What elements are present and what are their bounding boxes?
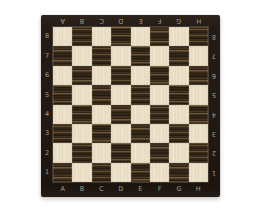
file-bottom-label-h: H — [189, 182, 208, 197]
square-g7[interactable] — [169, 46, 188, 65]
file-top-label-e: E — [131, 15, 150, 27]
square-d2[interactable] — [111, 143, 130, 162]
file-top-label-c: C — [92, 15, 111, 27]
square-c8[interactable] — [92, 27, 111, 46]
square-g8[interactable] — [169, 27, 188, 46]
square-a4[interactable] — [53, 105, 72, 124]
square-b8[interactable] — [72, 27, 91, 46]
square-g2[interactable] — [169, 143, 188, 162]
rank-left-label-5: 5 — [41, 85, 53, 104]
square-b3[interactable] — [72, 124, 91, 143]
square-h2[interactable] — [189, 143, 208, 162]
file-bottom-label-c: C — [92, 182, 111, 197]
rank-right-label-4: 4 — [208, 105, 220, 124]
square-a7[interactable] — [53, 46, 72, 65]
square-f8[interactable] — [150, 27, 169, 46]
square-d4[interactable] — [111, 105, 130, 124]
file-top-label-g: G — [169, 15, 188, 27]
square-a6[interactable] — [53, 66, 72, 85]
square-c4[interactable] — [92, 105, 111, 124]
square-d3[interactable] — [111, 124, 130, 143]
file-top-label-h: H — [189, 15, 208, 27]
square-h6[interactable] — [189, 66, 208, 85]
square-e5[interactable] — [131, 85, 150, 104]
file-bottom-label-a: A — [53, 182, 72, 197]
rank-right-label-2: 2 — [208, 143, 220, 162]
square-c1[interactable] — [92, 163, 111, 182]
square-g5[interactable] — [169, 85, 188, 104]
square-c5[interactable] — [92, 85, 111, 104]
square-c6[interactable] — [92, 66, 111, 85]
rank-right-label-7: 7 — [208, 46, 220, 65]
rank-left-label-7: 7 — [41, 46, 53, 65]
square-c7[interactable] — [92, 46, 111, 65]
square-e7[interactable] — [131, 46, 150, 65]
square-f4[interactable] — [150, 105, 169, 124]
square-c3[interactable] — [92, 124, 111, 143]
square-d6[interactable] — [111, 66, 130, 85]
rank-labels-left: 87654321 — [41, 27, 53, 182]
file-top-label-f: F — [150, 15, 169, 27]
rank-left-label-1: 1 — [41, 163, 53, 182]
square-h7[interactable] — [189, 46, 208, 65]
square-h1[interactable] — [189, 163, 208, 182]
square-d5[interactable] — [111, 85, 130, 104]
square-f3[interactable] — [150, 124, 169, 143]
rank-left-label-4: 4 — [41, 105, 53, 124]
board-photo-scene: ABCDEFGH ABCDEFGH 87654321 87654321 — [0, 0, 256, 217]
square-e6[interactable] — [131, 66, 150, 85]
square-g6[interactable] — [169, 66, 188, 85]
file-bottom-label-b: B — [72, 182, 91, 197]
square-g3[interactable] — [169, 124, 188, 143]
file-bottom-label-d: D — [111, 182, 130, 197]
rank-right-label-5: 5 — [208, 85, 220, 104]
square-e8[interactable] — [131, 27, 150, 46]
square-e3[interactable] — [131, 124, 150, 143]
square-g4[interactable] — [169, 105, 188, 124]
square-e4[interactable] — [131, 105, 150, 124]
rank-right-label-3: 3 — [208, 124, 220, 143]
square-d8[interactable] — [111, 27, 130, 46]
square-f1[interactable] — [150, 163, 169, 182]
rank-right-label-1: 1 — [208, 163, 220, 182]
square-a1[interactable] — [53, 163, 72, 182]
square-c2[interactable] — [92, 143, 111, 162]
square-e1[interactable] — [131, 163, 150, 182]
rank-right-label-6: 6 — [208, 66, 220, 85]
square-g1[interactable] — [169, 163, 188, 182]
file-top-label-b: B — [72, 15, 91, 27]
square-h8[interactable] — [189, 27, 208, 46]
square-f2[interactable] — [150, 143, 169, 162]
square-d7[interactable] — [111, 46, 130, 65]
file-labels-top: ABCDEFGH — [53, 15, 208, 27]
square-f5[interactable] — [150, 85, 169, 104]
file-top-label-d: D — [111, 15, 130, 27]
rank-right-label-8: 8 — [208, 27, 220, 46]
file-bottom-label-e: E — [131, 182, 150, 197]
file-top-label-a: A — [53, 15, 72, 27]
chess-board: ABCDEFGH ABCDEFGH 87654321 87654321 — [41, 15, 220, 197]
file-bottom-label-g: G — [169, 182, 188, 197]
rank-left-label-6: 6 — [41, 66, 53, 85]
square-f6[interactable] — [150, 66, 169, 85]
square-h5[interactable] — [189, 85, 208, 104]
square-b1[interactable] — [72, 163, 91, 182]
rank-labels-right: 87654321 — [208, 27, 220, 182]
square-f7[interactable] — [150, 46, 169, 65]
square-a5[interactable] — [53, 85, 72, 104]
file-labels-bottom: ABCDEFGH — [53, 182, 208, 197]
rank-left-label-8: 8 — [41, 27, 53, 46]
square-h3[interactable] — [189, 124, 208, 143]
square-b2[interactable] — [72, 143, 91, 162]
square-b7[interactable] — [72, 46, 91, 65]
square-a8[interactable] — [53, 27, 72, 46]
rank-left-label-2: 2 — [41, 143, 53, 162]
square-b5[interactable] — [72, 85, 91, 104]
playing-field — [53, 27, 208, 182]
square-b6[interactable] — [72, 66, 91, 85]
square-a3[interactable] — [53, 124, 72, 143]
square-h4[interactable] — [189, 105, 208, 124]
rank-left-label-3: 3 — [41, 124, 53, 143]
square-a2[interactable] — [53, 143, 72, 162]
file-bottom-label-f: F — [150, 182, 169, 197]
square-b4[interactable] — [72, 105, 91, 124]
square-d1[interactable] — [111, 163, 130, 182]
square-e2[interactable] — [131, 143, 150, 162]
